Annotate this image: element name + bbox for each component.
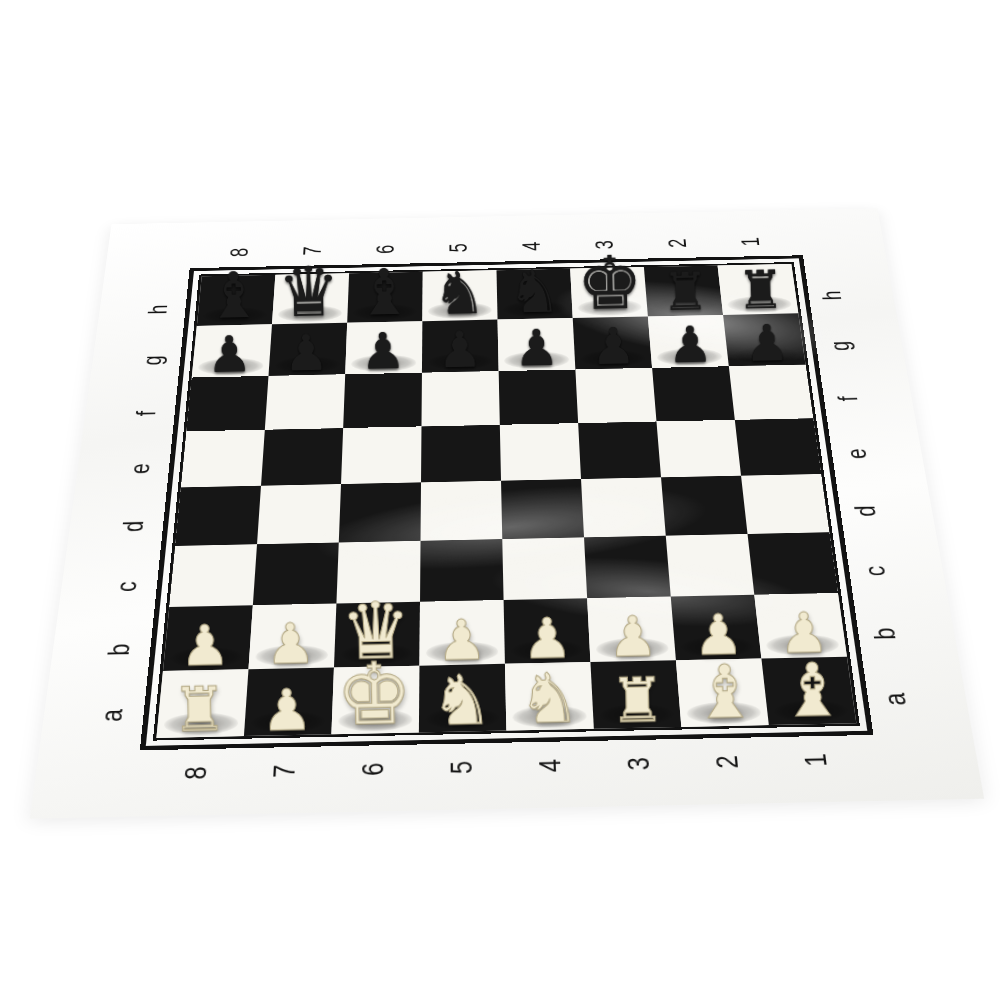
- square-h7: ♛: [272, 273, 349, 324]
- square-d4: [501, 479, 584, 539]
- file-label-h: h: [818, 290, 848, 300]
- square-b5: ♟: [419, 600, 504, 666]
- file-label-h: h: [144, 304, 174, 314]
- rank-label-6: 6: [372, 244, 400, 254]
- square-a3: ♜: [590, 660, 681, 729]
- piece-shadow: [511, 639, 583, 662]
- square-e2: [656, 420, 741, 478]
- square-e7: [261, 428, 343, 486]
- rank-label-2: 2: [711, 755, 747, 769]
- rank-label-3: 3: [622, 756, 657, 770]
- file-label-d: d: [118, 520, 151, 532]
- piece-shadow: [600, 703, 675, 727]
- piece-shadow: [338, 708, 412, 732]
- square-g4: ♟: [498, 318, 576, 371]
- piece-shadow: [504, 351, 569, 369]
- square-g6: ♟: [345, 321, 422, 374]
- rank-label-2: 2: [664, 238, 693, 248]
- file-label-b: b: [869, 627, 904, 640]
- square-d6: [339, 482, 421, 542]
- product-photo-scene: hgfedcba hgfedcba 87654321 87654321 ♝♛♝♞…: [0, 0, 1000, 1000]
- file-label-a: a: [879, 692, 915, 705]
- piece-shadow: [278, 305, 342, 323]
- file-label-d: d: [850, 505, 883, 517]
- piece-shadow: [733, 346, 799, 364]
- file-label-b: b: [104, 643, 138, 656]
- square-h2: ♜: [644, 266, 723, 317]
- piece-shadow: [766, 634, 840, 656]
- rank-label-8: 8: [226, 247, 255, 257]
- rank-label-4: 4: [518, 241, 547, 251]
- file-label-g: g: [138, 355, 169, 365]
- square-c2: [666, 534, 755, 597]
- square-h3: ♚: [570, 267, 648, 318]
- square-a6: ♚: [331, 666, 419, 735]
- board-inner-border: ♝♛♝♞♞♚♜♜♟♟♟♟♟♟♟♟♟♟♛♟♟♟♟♟♜♟♚♞♞♜♝♝: [153, 262, 860, 740]
- square-e1: [735, 418, 821, 475]
- square-b6: ♛: [334, 602, 420, 668]
- piece-shadow: [652, 297, 717, 315]
- square-g3: ♟: [573, 316, 652, 369]
- square-h8: ♝: [197, 275, 276, 326]
- file-label-f: f: [132, 410, 163, 416]
- square-c3: [584, 536, 671, 599]
- rank-label-3: 3: [591, 240, 620, 250]
- square-f8: [186, 376, 268, 431]
- square-f4: [499, 369, 578, 424]
- piece-shadow: [657, 348, 723, 366]
- rank-label-7: 7: [299, 246, 328, 256]
- square-d3: [581, 477, 666, 537]
- piece-shadow: [581, 349, 646, 367]
- square-g5: ♟: [422, 320, 499, 373]
- board-outer-border: ♝♛♝♞♞♚♜♜♟♟♟♟♟♟♟♟♟♟♛♟♟♟♟♟♜♟♚♞♞♜♝♝: [140, 255, 874, 750]
- piece-shadow: [164, 712, 239, 736]
- square-f6: [343, 373, 422, 428]
- square-a7: ♟: [244, 667, 334, 736]
- piece-shadow: [503, 300, 567, 318]
- rank-label-4: 4: [534, 758, 569, 772]
- rank-label-5: 5: [445, 243, 473, 253]
- square-a5: ♞: [419, 664, 506, 733]
- square-h6: ♝: [347, 272, 423, 323]
- file-label-c: c: [111, 581, 144, 592]
- square-h5: ♞: [422, 270, 497, 321]
- piece-shadow: [203, 306, 267, 324]
- rank-label-1: 1: [799, 753, 835, 767]
- square-b4: ♟: [504, 598, 591, 664]
- square-c1: [748, 532, 838, 595]
- square-f2: [652, 366, 735, 421]
- piece-shadow: [428, 302, 491, 320]
- square-f1: [729, 365, 813, 420]
- piece-shadow: [426, 707, 499, 731]
- piece-shadow: [255, 644, 328, 667]
- square-b7: ♟: [248, 604, 336, 670]
- rank-label-6: 6: [357, 762, 392, 776]
- rank-label-8: 8: [179, 766, 214, 780]
- rank-label-7: 7: [268, 764, 303, 778]
- file-label-g: g: [826, 341, 857, 351]
- square-e3: [578, 421, 661, 479]
- square-h1: ♜: [718, 264, 799, 315]
- piece-shadow: [351, 354, 416, 372]
- file-label-a: a: [96, 708, 131, 721]
- rank-labels-bottom: 87654321: [151, 741, 864, 791]
- piece-shadow: [198, 357, 264, 375]
- piece-shadow: [428, 353, 492, 371]
- file-label-f: f: [834, 396, 865, 402]
- piece-shadow: [686, 701, 761, 725]
- square-b8: ♟: [163, 605, 253, 671]
- square-g1: ♟: [723, 313, 805, 366]
- square-d2: [661, 476, 748, 536]
- piece-shadow: [251, 710, 325, 734]
- piece-shadow: [578, 299, 642, 317]
- square-e6: [341, 426, 421, 484]
- square-g8: ♟: [192, 324, 272, 377]
- square-d7: [257, 484, 341, 544]
- square-c8: [169, 544, 257, 607]
- square-b3: ♟: [587, 597, 676, 662]
- piece-shadow: [513, 705, 587, 729]
- piece-shadow: [681, 636, 755, 658]
- square-d8: [175, 486, 261, 546]
- file-label-e: e: [842, 448, 874, 459]
- piece-shadow: [170, 646, 243, 669]
- square-a1: ♝: [761, 657, 856, 725]
- rank-label-1: 1: [737, 237, 766, 247]
- square-g7: ♟: [268, 323, 347, 376]
- file-label-c: c: [859, 565, 893, 576]
- square-d5: [421, 481, 503, 541]
- square-g2: ♟: [648, 315, 729, 368]
- rank-label-5: 5: [446, 760, 480, 774]
- square-h4: ♞: [496, 269, 572, 320]
- piece-shadow: [275, 356, 340, 374]
- square-f7: [265, 374, 345, 429]
- piece-shadow: [773, 699, 849, 722]
- square-e4: [500, 423, 581, 481]
- square-f3: [575, 368, 656, 423]
- square-a2: ♝: [676, 658, 769, 726]
- square-c6: [336, 541, 420, 604]
- square-a8: ♜: [156, 669, 248, 738]
- file-label-e: e: [125, 463, 157, 474]
- vinyl-chess-mat: hgfedcba hgfedcba 87654321 87654321 ♝♛♝♞…: [30, 208, 984, 818]
- square-d1: [741, 474, 829, 534]
- board-grid: ♝♛♝♞♞♚♜♜♟♟♟♟♟♟♟♟♟♟♛♟♟♟♟♟♜♟♚♞♞♜♝♝: [156, 264, 856, 738]
- square-c5: [420, 539, 504, 602]
- square-a4: ♞: [505, 662, 594, 731]
- square-c4: [502, 537, 587, 600]
- piece-shadow: [341, 643, 413, 666]
- square-b2: ♟: [671, 595, 762, 660]
- square-f5: [421, 371, 499, 426]
- piece-shadow: [596, 637, 669, 660]
- square-c7: [253, 543, 339, 606]
- piece-shadow: [727, 296, 792, 314]
- square-e5: [421, 425, 501, 483]
- square-b1: ♟: [754, 593, 847, 658]
- square-e8: [181, 430, 265, 488]
- piece-shadow: [426, 641, 498, 664]
- piece-shadow: [353, 303, 416, 321]
